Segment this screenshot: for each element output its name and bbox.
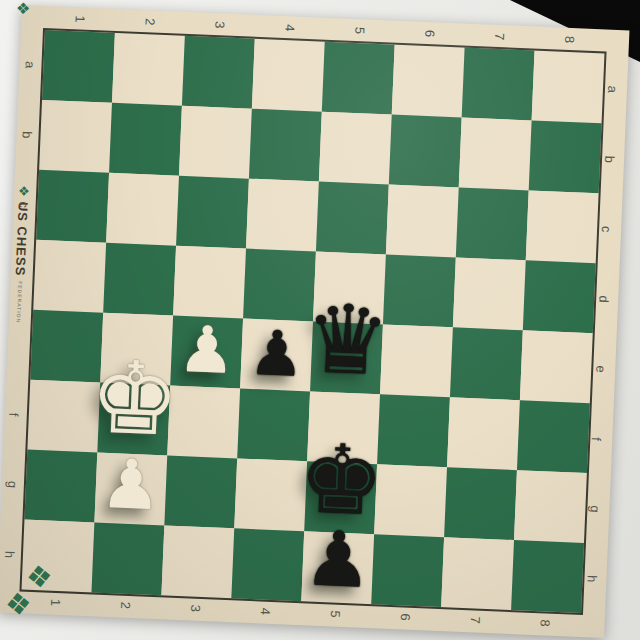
coord-left-file-h: h [3, 551, 16, 559]
square-f8[interactable] [517, 400, 590, 473]
square-g1[interactable] [24, 450, 97, 523]
square-a7[interactable] [462, 48, 535, 121]
square-h3[interactable] [161, 525, 234, 598]
square-a4[interactable] [252, 39, 325, 112]
coord-top-rank-2: 2 [143, 18, 156, 26]
square-b3[interactable] [179, 106, 252, 179]
coord-left-file-c: c [17, 201, 30, 208]
coord-top-rank-6: 6 [423, 30, 436, 38]
us-chess-logo-icon: ❖ [16, 185, 31, 197]
coord-right-file-g: g [588, 505, 601, 513]
square-e6[interactable] [380, 324, 453, 397]
square-b1[interactable] [39, 100, 112, 173]
square-c2[interactable] [106, 173, 179, 246]
piece-white-pawn-g2[interactable]: ♟ [99, 450, 163, 520]
coord-right-file-h: h [585, 575, 598, 583]
coord-top-rank-8: 8 [563, 36, 576, 44]
square-h4[interactable] [231, 528, 304, 601]
piece-black-queen-e5[interactable]: ♛ [303, 291, 392, 389]
coord-bottom-rank-4: 4 [259, 607, 272, 615]
coord-top-rank-3: 3 [213, 21, 226, 29]
square-b4[interactable] [249, 109, 322, 182]
coord-top-rank-1: 1 [73, 15, 86, 23]
coord-bottom-rank-6: 6 [399, 613, 412, 621]
coord-left-file-f: f [7, 412, 20, 416]
piece-white-pawn-e3[interactable]: ♟ [177, 317, 237, 383]
square-a2[interactable] [112, 33, 185, 106]
square-c6[interactable] [386, 185, 459, 258]
square-a3[interactable] [182, 36, 255, 109]
square-c4[interactable] [246, 179, 319, 252]
square-c8[interactable] [526, 190, 599, 263]
coord-right-file-d: d [597, 295, 610, 303]
square-b2[interactable] [109, 103, 182, 176]
coord-top-rank-7: 7 [493, 33, 506, 41]
square-a1[interactable] [42, 30, 115, 103]
square-h8[interactable] [511, 540, 584, 613]
us-chess-wordmark-text: US CHESS [13, 202, 31, 277]
square-c3[interactable] [176, 176, 249, 249]
coord-left-file-b: b [21, 131, 34, 139]
coord-top-rank-5: 5 [353, 27, 366, 35]
square-h2[interactable] [91, 522, 164, 595]
coord-bottom-rank-1: 1 [49, 599, 62, 607]
square-c5[interactable] [316, 182, 389, 255]
photo-scene: ❖ US CHESS FEDERATION ❖ ❖ ❖ 123456781234… [0, 0, 640, 640]
square-c7[interactable] [456, 187, 529, 260]
square-d8[interactable] [523, 260, 596, 333]
square-a8[interactable] [532, 51, 605, 124]
square-a6[interactable] [392, 45, 465, 118]
square-g3[interactable] [164, 455, 237, 528]
coord-right-file-a: a [606, 85, 619, 93]
coord-bottom-rank-3: 3 [189, 604, 202, 612]
us-chess-corner-logo-icon: ❖ [3, 588, 33, 620]
square-b6[interactable] [389, 115, 462, 188]
coord-right-file-e: e [594, 365, 607, 373]
chessboard: ❖ US CHESS FEDERATION ❖ ❖ ❖ 123456781234… [0, 5, 629, 638]
square-f6[interactable] [377, 394, 450, 467]
coord-right-file-c: c [600, 226, 613, 233]
coord-bottom-rank-2: 2 [119, 601, 132, 609]
square-b7[interactable] [459, 118, 532, 191]
coord-bottom-rank-5: 5 [329, 610, 342, 618]
square-d7[interactable] [453, 257, 526, 330]
square-b5[interactable] [319, 112, 392, 185]
square-g8[interactable] [514, 470, 587, 543]
us-chess-corner-logo-icon: ❖ [16, 1, 31, 18]
piece-white-king-f2[interactable]: ♚ [88, 347, 182, 451]
coord-bottom-rank-8: 8 [539, 619, 552, 627]
us-chess-wordmark-sub: FEDERATION [16, 281, 24, 323]
coord-right-file-f: f [590, 437, 603, 441]
coord-right-file-b: b [603, 155, 616, 163]
square-h6[interactable] [371, 534, 444, 607]
square-d3[interactable] [173, 246, 246, 319]
coord-bottom-rank-7: 7 [469, 616, 482, 624]
square-b8[interactable] [529, 120, 602, 193]
coord-top-rank-4: 4 [283, 24, 296, 32]
square-e7[interactable] [450, 327, 523, 400]
square-g7[interactable] [444, 467, 517, 540]
square-a5[interactable] [322, 42, 395, 115]
piece-black-pawn-e4[interactable]: ♟ [248, 322, 306, 386]
coord-left-file-g: g [6, 481, 19, 489]
square-d6[interactable] [383, 254, 456, 327]
square-d1[interactable] [33, 240, 106, 313]
piece-black-pawn-h5[interactable]: ♟ [302, 520, 373, 599]
coord-left-file-a: a [23, 61, 36, 69]
square-h7[interactable] [441, 537, 514, 610]
square-f7[interactable] [447, 397, 520, 470]
square-e8[interactable] [520, 330, 593, 403]
square-d2[interactable] [103, 243, 176, 316]
square-g6[interactable] [374, 464, 447, 537]
square-c1[interactable] [36, 170, 109, 243]
